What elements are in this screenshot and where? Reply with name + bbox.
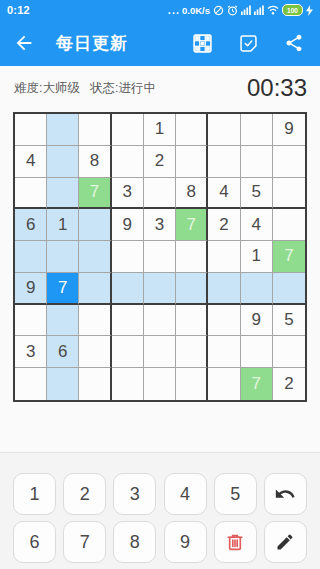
sudoku-app: 0:12 ... 0.0K/s 100 [0,0,320,569]
cell-r6c8[interactable] [241,273,273,305]
cell-r9c3[interactable] [79,368,111,400]
numpad-9[interactable]: 9 [164,521,207,563]
cell-r4c7[interactable]: 2 [208,209,240,241]
cell-r5c4[interactable] [112,241,144,273]
cell-r6c4[interactable] [112,273,144,305]
numpad-1[interactable]: 1 [13,473,56,515]
cell-r3c6[interactable]: 8 [176,178,208,210]
cell-r7c8[interactable]: 9 [241,305,273,337]
cell-r9c7[interactable] [208,368,240,400]
check-document-icon [238,33,259,54]
cell-r7c5[interactable] [144,305,176,337]
signal-icon [241,5,251,15]
cell-r7c6[interactable] [176,305,208,337]
alarm-icon [227,5,238,16]
cell-r6c9[interactable] [273,273,305,305]
clock-text: 0:12 [7,4,30,16]
cell-r8c2[interactable]: 6 [47,336,79,368]
cell-r8c4[interactable] [112,336,144,368]
numpad-6[interactable]: 6 [13,521,56,563]
numpad-4[interactable]: 4 [164,473,207,515]
cell-r1c6[interactable] [176,114,208,146]
pencil-icon [275,532,295,552]
cell-r3c7[interactable]: 4 [208,178,240,210]
cell-r8c8[interactable] [241,336,273,368]
status-label: 状态:进行中 [90,81,156,95]
cell-r9c5[interactable] [144,368,176,400]
share-button[interactable] [282,31,306,55]
cell-r9c2[interactable] [47,368,79,400]
cell-r8c5[interactable] [144,336,176,368]
cell-r6c6[interactable] [176,273,208,305]
cell-r5c9[interactable]: 7 [273,241,305,273]
numpad-8[interactable]: 8 [113,521,156,563]
status-bar: 0:12 ... 0.0K/s 100 [0,0,320,20]
cell-r5c3[interactable] [79,241,111,273]
numpad-2[interactable]: 2 [63,473,106,515]
cell-r2c6[interactable] [176,146,208,178]
cell-r2c5[interactable]: 2 [144,146,176,178]
difficulty-label: 难度:大师级 [14,81,80,95]
sudoku-board: 194827384561937241797953672 [13,112,307,402]
wifi-icon [267,5,279,15]
signal-icon [254,5,264,15]
cell-r3c2[interactable] [47,178,79,210]
cell-r9c1[interactable] [15,368,47,400]
cell-r2c3[interactable]: 8 [79,146,111,178]
cell-r2c4[interactable] [112,146,144,178]
cell-r5c1[interactable] [15,241,47,273]
cell-r5c2[interactable] [47,241,79,273]
cell-r9c4[interactable] [112,368,144,400]
cell-r4c9[interactable] [273,209,305,241]
numpad-row-2: 6789 [13,521,307,563]
cell-r4c8[interactable]: 4 [241,209,273,241]
cell-r7c1[interactable] [15,305,47,337]
cell-r1c1[interactable] [15,114,47,146]
timer-text: 00:33 [247,76,307,100]
cell-r3c9[interactable] [273,178,305,210]
cell-r7c2[interactable] [47,305,79,337]
cell-r4c6[interactable]: 7 [176,209,208,241]
cell-r9c6[interactable] [176,368,208,400]
cell-r6c1[interactable]: 9 [15,273,47,305]
undo-button[interactable] [264,473,307,515]
cell-r1c3[interactable] [79,114,111,146]
cell-r8c6[interactable] [176,336,208,368]
cell-r5c6[interactable] [176,241,208,273]
cell-r9c9[interactable]: 2 [273,368,305,400]
cell-r1c9[interactable]: 9 [273,114,305,146]
battery-icon: 100 [282,4,303,16]
notification-dots-icon: ... [168,4,180,16]
delete-button[interactable] [214,521,257,563]
numpad-panel: 12345 6789 [0,452,320,569]
cell-r2c9[interactable] [273,146,305,178]
mute-icon [213,5,224,16]
cell-r1c5[interactable]: 1 [144,114,176,146]
cell-r5c5[interactable] [144,241,176,273]
cell-r6c5[interactable] [144,273,176,305]
app-bar: 每日更新 [0,20,320,66]
cell-r4c2[interactable]: 1 [47,209,79,241]
cell-r8c3[interactable] [79,336,111,368]
cell-r6c2[interactable]: 7 [47,273,79,305]
cell-r3c5[interactable] [144,178,176,210]
cell-r5c8[interactable]: 1 [241,241,273,273]
cell-r5c7[interactable] [208,241,240,273]
cell-r7c9[interactable]: 5 [273,305,305,337]
cell-r6c3[interactable] [79,273,111,305]
edit-button[interactable] [264,521,307,563]
check-button[interactable] [236,31,260,55]
cell-r4c4[interactable]: 9 [112,209,144,241]
sudoku-grid-icon [192,33,213,54]
cell-r1c8[interactable] [241,114,273,146]
numpad-7[interactable]: 7 [63,521,106,563]
cell-r3c3[interactable]: 7 [79,178,111,210]
numpad-5[interactable]: 5 [214,473,257,515]
cell-r1c2[interactable] [47,114,79,146]
cell-r2c2[interactable] [47,146,79,178]
cell-r3c8[interactable]: 5 [241,178,273,210]
cell-r8c9[interactable] [273,336,305,368]
cell-r9c8[interactable]: 7 [241,368,273,400]
undo-icon [274,483,296,505]
cell-r8c1[interactable]: 3 [15,336,47,368]
back-button[interactable] [12,31,36,55]
trash-icon [224,531,246,553]
cell-r4c3[interactable] [79,209,111,241]
cell-r6c7[interactable] [208,273,240,305]
charging-icon [306,5,313,16]
cell-r1c7[interactable] [208,114,240,146]
cell-r2c8[interactable] [241,146,273,178]
page-title: 每日更新 [56,32,128,55]
difficulty-status-text: 难度:大师级状态:进行中 [14,80,166,100]
cell-r1c4[interactable] [112,114,144,146]
cell-r7c7[interactable] [208,305,240,337]
grid-button[interactable] [190,31,214,55]
cell-r2c1[interactable]: 4 [15,146,47,178]
cell-r7c3[interactable] [79,305,111,337]
cell-r2c7[interactable] [208,146,240,178]
cell-r3c1[interactable] [15,178,47,210]
cell-r3c4[interactable]: 3 [112,178,144,210]
back-arrow-icon [13,32,35,54]
network-speed-text: 0.0K/s [182,5,210,16]
numpad-3[interactable]: 3 [113,473,156,515]
share-icon [284,33,304,53]
cell-r4c1[interactable]: 6 [15,209,47,241]
cell-r8c7[interactable] [208,336,240,368]
info-row: 难度:大师级状态:进行中 00:33 [0,66,320,108]
cell-r4c5[interactable]: 3 [144,209,176,241]
numpad-row-1: 12345 [13,473,307,515]
cell-r7c4[interactable] [112,305,144,337]
